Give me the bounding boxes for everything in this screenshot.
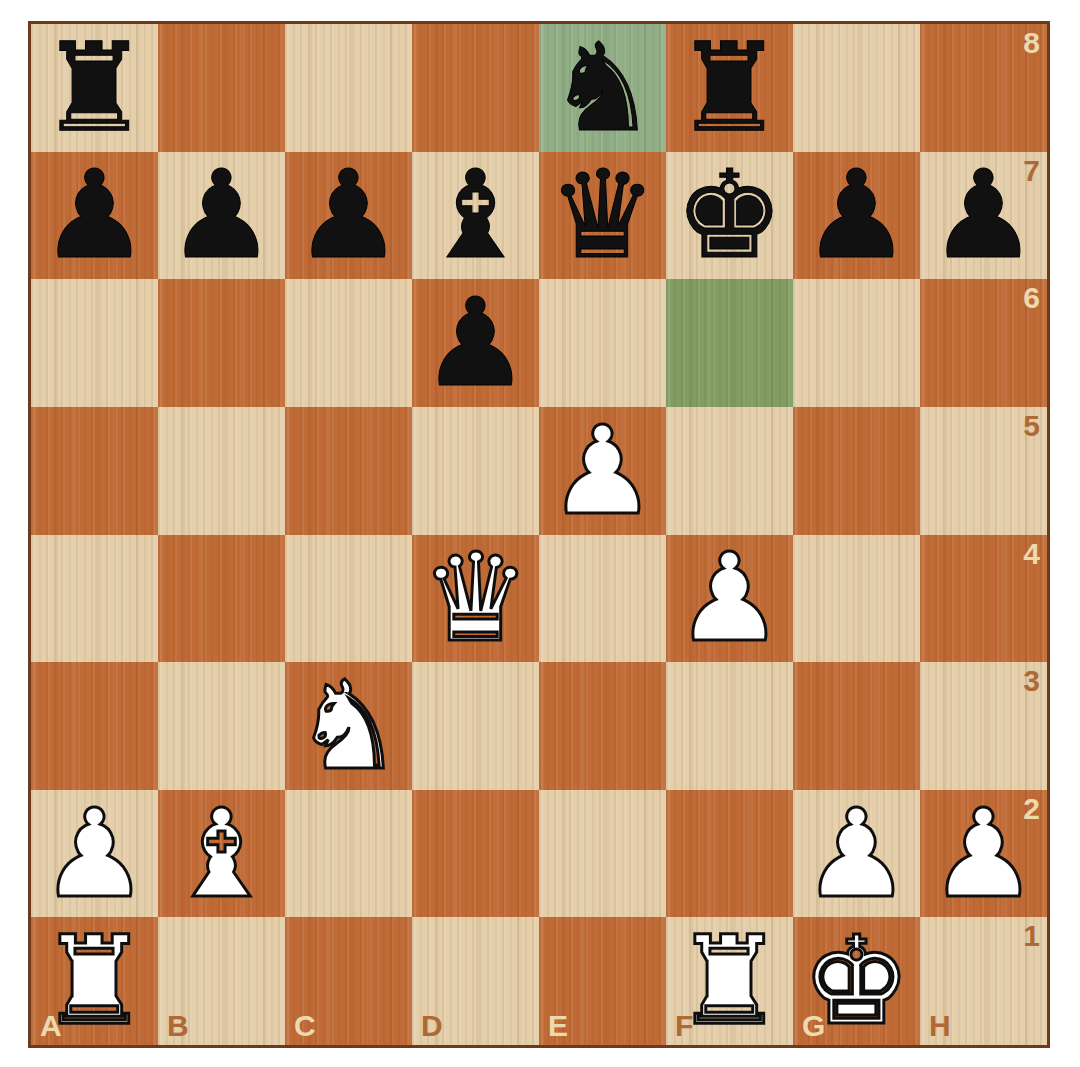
square-e4[interactable] [539, 535, 666, 663]
square-b2[interactable]: ♝ [158, 790, 285, 918]
square-b5[interactable] [158, 407, 285, 535]
square-e5[interactable]: ♟ [539, 407, 666, 535]
square-d8[interactable] [412, 24, 539, 152]
piece-black-pawn[interactable]: ♟ [421, 282, 530, 404]
square-g6[interactable] [793, 279, 920, 407]
square-b1[interactable]: B [158, 917, 285, 1045]
square-h4[interactable]: 4 [920, 535, 1047, 663]
square-b8[interactable] [158, 24, 285, 152]
square-c6[interactable] [285, 279, 412, 407]
square-e8[interactable]: ♞ [539, 24, 666, 152]
square-e2[interactable] [539, 790, 666, 918]
square-f5[interactable] [666, 407, 793, 535]
piece-black-bishop[interactable]: ♝ [421, 154, 530, 276]
piece-black-queen[interactable]: ♛ [548, 154, 657, 276]
square-a1[interactable]: ♜A [31, 917, 158, 1045]
coord-rank-1: 1 [1023, 921, 1040, 951]
square-g8[interactable] [793, 24, 920, 152]
piece-white-knight[interactable]: ♞ [294, 665, 403, 787]
square-a4[interactable] [31, 535, 158, 663]
square-f3[interactable] [666, 662, 793, 790]
piece-white-pawn[interactable]: ♟ [40, 793, 149, 915]
square-c2[interactable] [285, 790, 412, 918]
square-d1[interactable]: D [412, 917, 539, 1045]
square-f7[interactable]: ♚ [666, 152, 793, 280]
square-a7[interactable]: ♟ [31, 152, 158, 280]
coord-rank-8: 8 [1023, 28, 1040, 58]
square-d6[interactable]: ♟ [412, 279, 539, 407]
coord-file-e: E [548, 1011, 568, 1041]
piece-white-queen[interactable]: ♛ [421, 537, 530, 659]
square-e7[interactable]: ♛ [539, 152, 666, 280]
piece-black-pawn[interactable]: ♟ [929, 154, 1038, 276]
coord-rank-4: 4 [1023, 539, 1040, 569]
piece-white-king[interactable]: ♚ [802, 920, 911, 1042]
square-c1[interactable]: C [285, 917, 412, 1045]
coord-rank-3: 3 [1023, 666, 1040, 696]
coord-file-c: C [294, 1011, 316, 1041]
square-a5[interactable] [31, 407, 158, 535]
square-d7[interactable]: ♝ [412, 152, 539, 280]
square-c8[interactable] [285, 24, 412, 152]
square-d5[interactable] [412, 407, 539, 535]
chess-board: ♜♞♜8♟♟♟♝♛♚♟♟7♟6♟5♛♟4♞3♟♝♟♟2♜ABCDE♜F♚GH1 [28, 21, 1050, 1048]
piece-white-rook[interactable]: ♜ [675, 920, 784, 1042]
square-g3[interactable] [793, 662, 920, 790]
coord-file-d: D [421, 1011, 443, 1041]
piece-white-pawn[interactable]: ♟ [675, 537, 784, 659]
coord-rank-6: 6 [1023, 283, 1040, 313]
square-a8[interactable]: ♜ [31, 24, 158, 152]
square-f6[interactable] [666, 279, 793, 407]
square-g7[interactable]: ♟ [793, 152, 920, 280]
square-b6[interactable] [158, 279, 285, 407]
square-c3[interactable]: ♞ [285, 662, 412, 790]
square-d2[interactable] [412, 790, 539, 918]
square-a6[interactable] [31, 279, 158, 407]
piece-black-pawn[interactable]: ♟ [167, 154, 276, 276]
square-h8[interactable]: 8 [920, 24, 1047, 152]
square-h3[interactable]: 3 [920, 662, 1047, 790]
square-e3[interactable] [539, 662, 666, 790]
square-e1[interactable]: E [539, 917, 666, 1045]
piece-black-rook[interactable]: ♜ [675, 27, 784, 149]
piece-black-pawn[interactable]: ♟ [802, 154, 911, 276]
coord-file-b: B [167, 1011, 189, 1041]
square-b3[interactable] [158, 662, 285, 790]
piece-black-knight[interactable]: ♞ [548, 27, 657, 149]
piece-black-pawn[interactable]: ♟ [40, 154, 149, 276]
square-b4[interactable] [158, 535, 285, 663]
piece-black-pawn[interactable]: ♟ [294, 154, 403, 276]
page: ♜♞♜8♟♟♟♝♛♚♟♟7♟6♟5♛♟4♞3♟♝♟♟2♜ABCDE♜F♚GH1 [0, 0, 1080, 1067]
piece-white-pawn[interactable]: ♟ [929, 793, 1038, 915]
square-f1[interactable]: ♜F [666, 917, 793, 1045]
square-c4[interactable] [285, 535, 412, 663]
square-f4[interactable]: ♟ [666, 535, 793, 663]
square-h5[interactable]: 5 [920, 407, 1047, 535]
square-h6[interactable]: 6 [920, 279, 1047, 407]
coord-file-h: H [929, 1011, 951, 1041]
square-c5[interactable] [285, 407, 412, 535]
square-c7[interactable]: ♟ [285, 152, 412, 280]
piece-black-king[interactable]: ♚ [675, 154, 784, 276]
piece-black-rook[interactable]: ♜ [40, 27, 149, 149]
square-b7[interactable]: ♟ [158, 152, 285, 280]
square-a2[interactable]: ♟ [31, 790, 158, 918]
square-h7[interactable]: ♟7 [920, 152, 1047, 280]
square-f8[interactable]: ♜ [666, 24, 793, 152]
piece-white-rook[interactable]: ♜ [40, 920, 149, 1042]
square-g1[interactable]: ♚G [793, 917, 920, 1045]
square-d4[interactable]: ♛ [412, 535, 539, 663]
square-a3[interactable] [31, 662, 158, 790]
square-g5[interactable] [793, 407, 920, 535]
square-h2[interactable]: ♟2 [920, 790, 1047, 918]
piece-white-pawn[interactable]: ♟ [548, 410, 657, 532]
square-h1[interactable]: H1 [920, 917, 1047, 1045]
square-d3[interactable] [412, 662, 539, 790]
square-e6[interactable] [539, 279, 666, 407]
square-g2[interactable]: ♟ [793, 790, 920, 918]
square-f2[interactable] [666, 790, 793, 918]
piece-white-pawn[interactable]: ♟ [802, 793, 911, 915]
coord-rank-5: 5 [1023, 411, 1040, 441]
square-g4[interactable] [793, 535, 920, 663]
piece-white-bishop[interactable]: ♝ [167, 793, 276, 915]
